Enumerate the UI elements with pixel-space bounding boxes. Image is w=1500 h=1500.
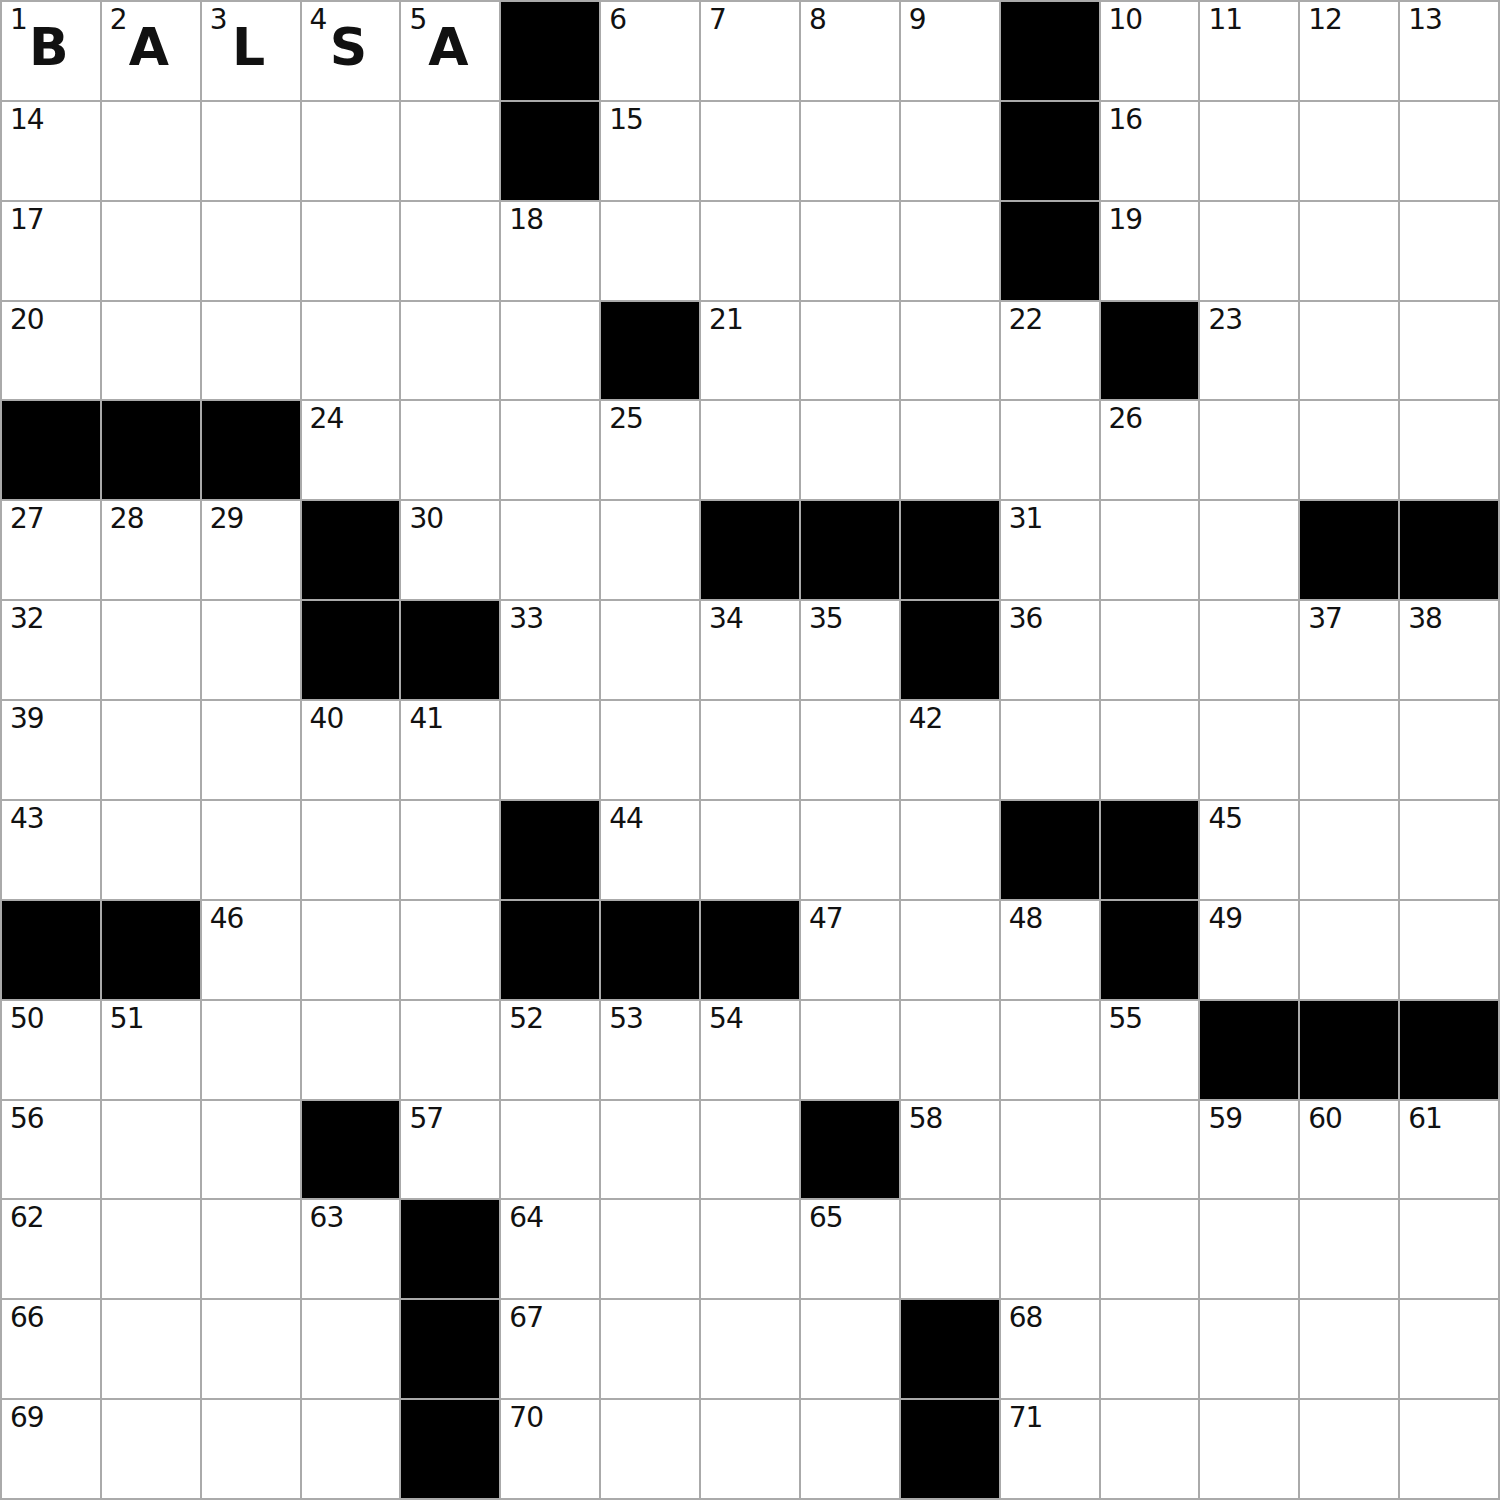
cell-r11c13[interactable]: 60 (1300, 1101, 1398, 1199)
cell-r11c4[interactable]: 57 (401, 1101, 499, 1199)
cell-r14c10[interactable]: 71 (1001, 1400, 1099, 1498)
cell-r0c2[interactable]: 3L (202, 2, 300, 100)
cell-r12c2[interactable] (202, 1200, 300, 1298)
cell-letter: L (200, 0, 298, 96)
clue-number: 61 (1408, 1105, 1442, 1133)
cell-r2c9[interactable] (901, 202, 999, 300)
cell-r13c1[interactable] (102, 1300, 200, 1398)
cell-r13c14[interactable] (1400, 1300, 1498, 1398)
cell-r4c8[interactable] (801, 401, 899, 499)
cell-r1c0[interactable]: 14 (2, 102, 100, 200)
cell-r12c8[interactable]: 65 (801, 1200, 899, 1298)
cell-r0c13[interactable]: 12 (1300, 2, 1398, 100)
cell-r6c11[interactable] (1101, 601, 1199, 699)
cell-r2c1[interactable] (102, 202, 200, 300)
black-cell-r6c9 (901, 601, 999, 699)
clue-number: 62 (10, 1204, 44, 1232)
cell-r2c3[interactable] (302, 202, 400, 300)
black-cell-r9c0 (2, 901, 100, 999)
cell-r3c12[interactable]: 23 (1200, 302, 1298, 400)
clue-number: 8 (809, 6, 826, 34)
cell-r8c4[interactable] (401, 801, 499, 899)
cell-r6c2[interactable] (202, 601, 300, 699)
cell-r7c10[interactable] (1001, 701, 1099, 799)
cell-r10c10[interactable] (1001, 1001, 1099, 1099)
cell-r3c14[interactable] (1400, 302, 1498, 400)
cell-r14c11[interactable] (1101, 1400, 1199, 1498)
cell-r14c12[interactable] (1200, 1400, 1298, 1498)
cell-r6c8[interactable]: 35 (801, 601, 899, 699)
cell-r0c3[interactable]: 4S (302, 2, 400, 100)
cell-r2c2[interactable] (202, 202, 300, 300)
cell-r14c0[interactable]: 69 (2, 1400, 100, 1498)
cell-r14c13[interactable] (1300, 1400, 1398, 1498)
cell-r14c5[interactable]: 70 (501, 1400, 599, 1498)
cell-r5c0[interactable]: 27 (2, 501, 100, 599)
cell-r8c12[interactable]: 45 (1200, 801, 1298, 899)
cell-r10c2[interactable] (202, 1001, 300, 1099)
clue-number: 23 (1208, 306, 1242, 334)
cell-r1c3[interactable] (302, 102, 400, 200)
clue-number: 29 (210, 505, 244, 533)
cell-r13c3[interactable] (302, 1300, 400, 1398)
cell-r1c11[interactable]: 16 (1101, 102, 1199, 200)
cell-r14c7[interactable] (701, 1400, 799, 1498)
black-cell-r1c5 (501, 102, 599, 200)
cell-r12c1[interactable] (102, 1200, 200, 1298)
cell-r14c8[interactable] (801, 1400, 899, 1498)
cell-r7c13[interactable] (1300, 701, 1398, 799)
cell-r9c12[interactable]: 49 (1200, 901, 1298, 999)
black-cell-r8c11 (1101, 801, 1199, 899)
cell-r7c2[interactable] (202, 701, 300, 799)
cell-r7c4[interactable]: 41 (401, 701, 499, 799)
cell-r0c12[interactable]: 11 (1200, 2, 1298, 100)
black-cell-r9c11 (1101, 901, 1199, 999)
cell-r5c11[interactable] (1101, 501, 1199, 599)
cell-r6c0[interactable]: 32 (2, 601, 100, 699)
black-cell-r10c14 (1400, 1001, 1498, 1099)
cell-r14c3[interactable] (302, 1400, 400, 1498)
black-cell-r5c9 (901, 501, 999, 599)
cell-r2c7[interactable] (701, 202, 799, 300)
black-cell-r12c4 (401, 1200, 499, 1298)
cell-r12c9[interactable] (901, 1200, 999, 1298)
black-cell-r5c14 (1400, 501, 1498, 599)
black-cell-r9c6 (601, 901, 699, 999)
clue-number: 38 (1408, 605, 1442, 633)
cell-r0c9[interactable]: 9 (901, 2, 999, 100)
clue-number: 44 (609, 805, 643, 833)
crossword-board: 1B2A3L4S5A678910111213141516171819202122… (0, 0, 1500, 1500)
cell-r0c14[interactable]: 13 (1400, 2, 1498, 100)
clue-number: 15 (609, 106, 643, 134)
cell-r0c1[interactable]: 2A (102, 2, 200, 100)
cell-r2c6[interactable] (601, 202, 699, 300)
cell-r2c13[interactable] (1300, 202, 1398, 300)
cell-r9c3[interactable] (302, 901, 400, 999)
cell-r4c6[interactable]: 25 (601, 401, 699, 499)
black-cell-r6c4 (401, 601, 499, 699)
cell-r7c3[interactable]: 40 (302, 701, 400, 799)
clue-number: 60 (1308, 1105, 1342, 1133)
black-cell-r3c11 (1101, 302, 1199, 400)
cell-r10c1[interactable]: 51 (102, 1001, 200, 1099)
cell-r6c1[interactable] (102, 601, 200, 699)
cell-r9c4[interactable] (401, 901, 499, 999)
cell-r10c7[interactable]: 54 (701, 1001, 799, 1099)
cell-r14c1[interactable] (102, 1400, 200, 1498)
clue-number: 65 (809, 1204, 843, 1232)
clue-number: 71 (1009, 1404, 1043, 1432)
cell-r4c3[interactable]: 24 (302, 401, 400, 499)
cell-r2c8[interactable] (801, 202, 899, 300)
clue-number: 35 (809, 605, 843, 633)
cell-r7c14[interactable] (1400, 701, 1498, 799)
clue-number: 57 (409, 1105, 443, 1133)
cell-r2c14[interactable] (1400, 202, 1498, 300)
cell-r1c7[interactable] (701, 102, 799, 200)
clue-number: 17 (10, 206, 44, 234)
clue-number: 19 (1109, 206, 1143, 234)
cell-r9c14[interactable] (1400, 901, 1498, 999)
cell-r5c6[interactable] (601, 501, 699, 599)
cell-r9c13[interactable] (1300, 901, 1398, 999)
cell-r13c10[interactable]: 68 (1001, 1300, 1099, 1398)
clue-number: 51 (110, 1005, 144, 1033)
cell-r1c6[interactable]: 15 (601, 102, 699, 200)
cell-r5c12[interactable] (1200, 501, 1298, 599)
cell-r12c0[interactable]: 62 (2, 1200, 100, 1298)
cell-r0c11[interactable]: 10 (1101, 2, 1199, 100)
cell-r14c2[interactable] (202, 1400, 300, 1498)
cell-r0c4[interactable]: 5A (401, 2, 499, 100)
cell-r14c14[interactable] (1400, 1400, 1498, 1498)
cell-r7c0[interactable]: 39 (2, 701, 100, 799)
clue-number: 33 (509, 605, 543, 633)
cell-r6c7[interactable]: 34 (701, 601, 799, 699)
cell-r7c8[interactable] (801, 701, 899, 799)
black-cell-r10c12 (1200, 1001, 1298, 1099)
cell-r11c6[interactable] (601, 1101, 699, 1199)
cell-r11c7[interactable] (701, 1101, 799, 1199)
cell-r3c10[interactable]: 22 (1001, 302, 1099, 400)
black-cell-r13c9 (901, 1300, 999, 1398)
clue-number: 7 (709, 6, 726, 34)
cell-r13c5[interactable]: 67 (501, 1300, 599, 1398)
cell-r13c2[interactable] (202, 1300, 300, 1398)
cell-r12c11[interactable] (1101, 1200, 1199, 1298)
clue-number: 20 (10, 306, 44, 334)
black-cell-r6c3 (302, 601, 400, 699)
cell-r2c0[interactable]: 17 (2, 202, 100, 300)
cell-r7c11[interactable] (1101, 701, 1199, 799)
clue-number: 28 (110, 505, 144, 533)
clue-number: 26 (1109, 405, 1143, 433)
clue-number: 68 (1009, 1304, 1043, 1332)
clue-number: 18 (509, 206, 543, 234)
cell-r11c5[interactable] (501, 1101, 599, 1199)
cell-letter: B (0, 0, 98, 96)
black-cell-r5c7 (701, 501, 799, 599)
clue-number: 52 (509, 1005, 543, 1033)
cell-r8c8[interactable] (801, 801, 899, 899)
clue-number: 46 (210, 905, 244, 933)
black-cell-r4c2 (202, 401, 300, 499)
clue-number: 27 (10, 505, 44, 533)
cell-r6c5[interactable]: 33 (501, 601, 599, 699)
cell-r1c13[interactable] (1300, 102, 1398, 200)
cell-r11c9[interactable]: 58 (901, 1101, 999, 1199)
clue-number: 58 (909, 1105, 943, 1133)
cell-r7c6[interactable] (601, 701, 699, 799)
clue-number: 43 (10, 805, 44, 833)
clue-number: 6 (609, 6, 626, 34)
clue-number: 30 (409, 505, 443, 533)
cell-r1c14[interactable] (1400, 102, 1498, 200)
cell-r9c8[interactable]: 47 (801, 901, 899, 999)
black-cell-r3c6 (601, 302, 699, 400)
cell-r13c0[interactable]: 66 (2, 1300, 100, 1398)
clue-number: 49 (1208, 905, 1242, 933)
clue-number: 21 (709, 306, 743, 334)
black-cell-r5c3 (302, 501, 400, 599)
black-cell-r11c3 (302, 1101, 400, 1199)
black-cell-r4c1 (102, 401, 200, 499)
cell-r1c9[interactable] (901, 102, 999, 200)
cell-r8c13[interactable] (1300, 801, 1398, 899)
cell-r1c4[interactable] (401, 102, 499, 200)
clue-number: 37 (1308, 605, 1342, 633)
cell-r10c8[interactable] (801, 1001, 899, 1099)
cell-r10c6[interactable]: 53 (601, 1001, 699, 1099)
clue-number: 67 (509, 1304, 543, 1332)
cell-r8c3[interactable] (302, 801, 400, 899)
cell-r3c3[interactable] (302, 302, 400, 400)
cell-r10c0[interactable]: 50 (2, 1001, 100, 1099)
cell-r3c1[interactable] (102, 302, 200, 400)
clue-number: 69 (10, 1404, 44, 1432)
cell-r4c7[interactable] (701, 401, 799, 499)
clue-number: 12 (1308, 6, 1342, 34)
cell-r5c4[interactable]: 30 (401, 501, 499, 599)
cell-r3c13[interactable] (1300, 302, 1398, 400)
cell-r12c3[interactable]: 63 (302, 1200, 400, 1298)
cell-r6c12[interactable] (1200, 601, 1298, 699)
clue-number: 31 (1009, 505, 1043, 533)
clue-number: 63 (310, 1204, 344, 1232)
cell-r10c4[interactable] (401, 1001, 499, 1099)
cell-r8c2[interactable] (202, 801, 300, 899)
cell-r11c0[interactable]: 56 (2, 1101, 100, 1199)
clue-number: 56 (10, 1105, 44, 1133)
clue-number: 36 (1009, 605, 1043, 633)
cell-r10c5[interactable]: 52 (501, 1001, 599, 1099)
cell-r6c13[interactable]: 37 (1300, 601, 1398, 699)
cell-r13c11[interactable] (1101, 1300, 1199, 1398)
cell-r3c0[interactable]: 20 (2, 302, 100, 400)
black-cell-r11c8 (801, 1101, 899, 1199)
cell-r12c14[interactable] (1400, 1200, 1498, 1298)
clue-number: 22 (1009, 306, 1043, 334)
cell-r3c2[interactable] (202, 302, 300, 400)
black-cell-r8c10 (1001, 801, 1099, 899)
cell-letter: A (399, 0, 497, 96)
cell-r10c11[interactable]: 55 (1101, 1001, 1199, 1099)
cell-r11c11[interactable] (1101, 1101, 1199, 1199)
clue-number: 59 (1208, 1105, 1242, 1133)
clue-number: 9 (909, 6, 926, 34)
cell-r3c9[interactable] (901, 302, 999, 400)
clue-number: 42 (909, 705, 943, 733)
cell-r1c8[interactable] (801, 102, 899, 200)
cell-r11c1[interactable] (102, 1101, 200, 1199)
clue-number: 50 (10, 1005, 44, 1033)
clue-number: 66 (10, 1304, 44, 1332)
cell-r1c2[interactable] (202, 102, 300, 200)
cell-r6c14[interactable]: 38 (1400, 601, 1498, 699)
cell-r5c10[interactable]: 31 (1001, 501, 1099, 599)
clue-number: 39 (10, 705, 44, 733)
clue-number: 70 (509, 1404, 543, 1432)
clue-number: 53 (609, 1005, 643, 1033)
black-cell-r1c10 (1001, 102, 1099, 200)
black-cell-r13c4 (401, 1300, 499, 1398)
cell-r7c5[interactable] (501, 701, 599, 799)
cell-r0c8[interactable]: 8 (801, 2, 899, 100)
cell-r4c11[interactable]: 26 (1101, 401, 1199, 499)
cell-r6c10[interactable]: 36 (1001, 601, 1099, 699)
cell-r8c0[interactable]: 43 (2, 801, 100, 899)
clue-number: 34 (709, 605, 743, 633)
cell-r3c8[interactable] (801, 302, 899, 400)
cell-r9c10[interactable]: 48 (1001, 901, 1099, 999)
cell-r13c8[interactable] (801, 1300, 899, 1398)
black-cell-r8c5 (501, 801, 599, 899)
black-cell-r4c0 (2, 401, 100, 499)
cell-r11c12[interactable]: 59 (1200, 1101, 1298, 1199)
cell-r11c14[interactable]: 61 (1400, 1101, 1498, 1199)
cell-r10c3[interactable] (302, 1001, 400, 1099)
black-cell-r2c10 (1001, 202, 1099, 300)
cell-r8c1[interactable] (102, 801, 200, 899)
cell-letter: A (100, 0, 198, 96)
cell-r2c12[interactable] (1200, 202, 1298, 300)
black-cell-r5c13 (1300, 501, 1398, 599)
cell-r9c9[interactable] (901, 901, 999, 999)
cell-r14c6[interactable] (601, 1400, 699, 1498)
cell-r4c10[interactable] (1001, 401, 1099, 499)
clue-number: 48 (1009, 905, 1043, 933)
cell-r2c5[interactable]: 18 (501, 202, 599, 300)
cell-r5c2[interactable]: 29 (202, 501, 300, 599)
clue-number: 25 (609, 405, 643, 433)
cell-r13c13[interactable] (1300, 1300, 1398, 1398)
black-cell-r0c10 (1001, 2, 1099, 100)
cell-r3c4[interactable] (401, 302, 499, 400)
cell-r6c6[interactable] (601, 601, 699, 699)
cell-r8c14[interactable] (1400, 801, 1498, 899)
clue-number: 64 (509, 1204, 543, 1232)
cell-r12c12[interactable] (1200, 1200, 1298, 1298)
cell-r0c7[interactable]: 7 (701, 2, 799, 100)
cell-r5c1[interactable]: 28 (102, 501, 200, 599)
clue-number: 40 (310, 705, 344, 733)
cell-r3c7[interactable]: 21 (701, 302, 799, 400)
cell-r13c12[interactable] (1200, 1300, 1298, 1398)
cell-r7c9[interactable]: 42 (901, 701, 999, 799)
cell-r12c13[interactable] (1300, 1200, 1398, 1298)
black-cell-r5c8 (801, 501, 899, 599)
cell-r2c11[interactable]: 19 (1101, 202, 1199, 300)
clue-number: 47 (809, 905, 843, 933)
cell-r0c0[interactable]: 1B (2, 2, 100, 100)
cell-r10c9[interactable] (901, 1001, 999, 1099)
cell-r8c9[interactable] (901, 801, 999, 899)
cell-r8c7[interactable] (701, 801, 799, 899)
clue-number: 54 (709, 1005, 743, 1033)
cell-r8c6[interactable]: 44 (601, 801, 699, 899)
cell-r12c10[interactable] (1001, 1200, 1099, 1298)
clue-number: 55 (1109, 1005, 1143, 1033)
clue-number: 32 (10, 605, 44, 633)
black-cell-r10c13 (1300, 1001, 1398, 1099)
cell-r1c12[interactable] (1200, 102, 1298, 200)
clue-number: 13 (1408, 6, 1442, 34)
clue-number: 11 (1208, 6, 1242, 34)
clue-number: 24 (310, 405, 344, 433)
cell-r1c1[interactable] (102, 102, 200, 200)
cell-r11c10[interactable] (1001, 1101, 1099, 1199)
clue-number: 10 (1109, 6, 1143, 34)
black-cell-r9c5 (501, 901, 599, 999)
cell-r7c12[interactable] (1200, 701, 1298, 799)
clue-number: 41 (409, 705, 443, 733)
cell-r3c5[interactable] (501, 302, 599, 400)
black-cell-r14c4 (401, 1400, 499, 1498)
cell-r2c4[interactable] (401, 202, 499, 300)
cell-r11c2[interactable] (202, 1101, 300, 1199)
cell-r5c5[interactable] (501, 501, 599, 599)
clue-number: 16 (1109, 106, 1143, 134)
cell-r4c9[interactable] (901, 401, 999, 499)
black-cell-r9c7 (701, 901, 799, 999)
cell-r4c4[interactable] (401, 401, 499, 499)
clue-number: 14 (10, 106, 44, 134)
cell-r7c1[interactable] (102, 701, 200, 799)
cell-r4c13[interactable] (1300, 401, 1398, 499)
cell-r4c12[interactable] (1200, 401, 1298, 499)
clue-number: 45 (1208, 805, 1242, 833)
cell-r12c6[interactable] (601, 1200, 699, 1298)
black-cell-r14c9 (901, 1400, 999, 1498)
cell-r13c7[interactable] (701, 1300, 799, 1398)
cell-r12c5[interactable]: 64 (501, 1200, 599, 1298)
black-cell-r9c1 (102, 901, 200, 999)
cell-r13c6[interactable] (601, 1300, 699, 1398)
cell-r0c6[interactable]: 6 (601, 2, 699, 100)
cell-r7c7[interactable] (701, 701, 799, 799)
cell-letter: S (300, 0, 398, 96)
cell-r9c2[interactable]: 46 (202, 901, 300, 999)
cell-r4c5[interactable] (501, 401, 599, 499)
cell-r12c7[interactable] (701, 1200, 799, 1298)
black-cell-r0c5 (501, 2, 599, 100)
cell-r4c14[interactable] (1400, 401, 1498, 499)
